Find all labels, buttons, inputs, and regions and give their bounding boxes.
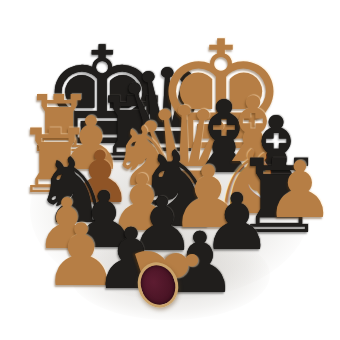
chess-pieces-photo: ♚♜♛♚♜♜♟♛♝♝♝♞♟♞♞♞♜♟♟♟♟♟♟♟♟♟♟♟ [0,0,340,340]
piece-natural-pawn-2: ♟ [265,151,335,229]
